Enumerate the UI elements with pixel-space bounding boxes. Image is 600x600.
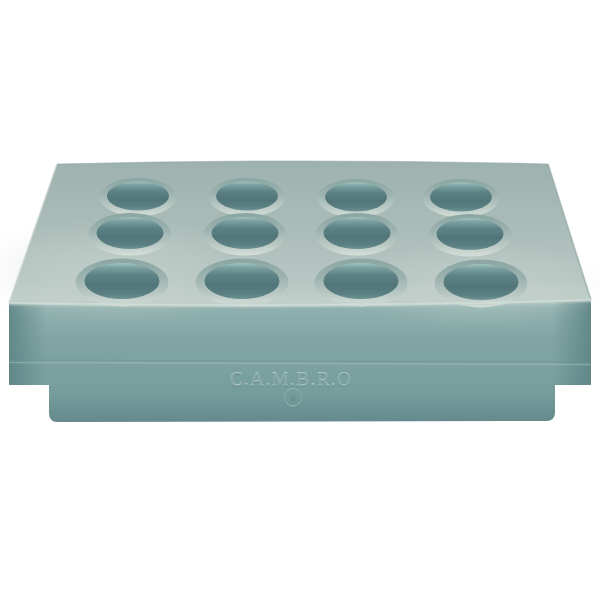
product-photo: C.A.M.B.R.O C.A.M.B.R.O C.A.M.B.R.O ♛ <box>0 0 600 600</box>
hole-r2c3 <box>315 213 398 256</box>
crown-seal-icon: ♛ <box>289 393 298 404</box>
hole-r2c1 <box>88 213 171 256</box>
cutlery-rack-illustration: C.A.M.B.R.O C.A.M.B.R.O C.A.M.B.R.O ♛ <box>0 0 600 600</box>
hole-r2c2 <box>203 213 286 256</box>
hole-r2c4 <box>428 214 511 257</box>
hole-r1c4 <box>423 179 500 218</box>
hole-r1c2 <box>209 178 286 217</box>
hole-r3c1 <box>76 259 169 307</box>
brand-embossed-text: C.A.M.B.R.O <box>230 369 353 390</box>
hole-r3c2 <box>196 259 289 307</box>
base-bottom-shading <box>9 390 591 424</box>
hole-r1c3 <box>318 179 395 218</box>
hole-r1c1 <box>100 178 177 217</box>
hole-r3c3 <box>315 259 408 307</box>
